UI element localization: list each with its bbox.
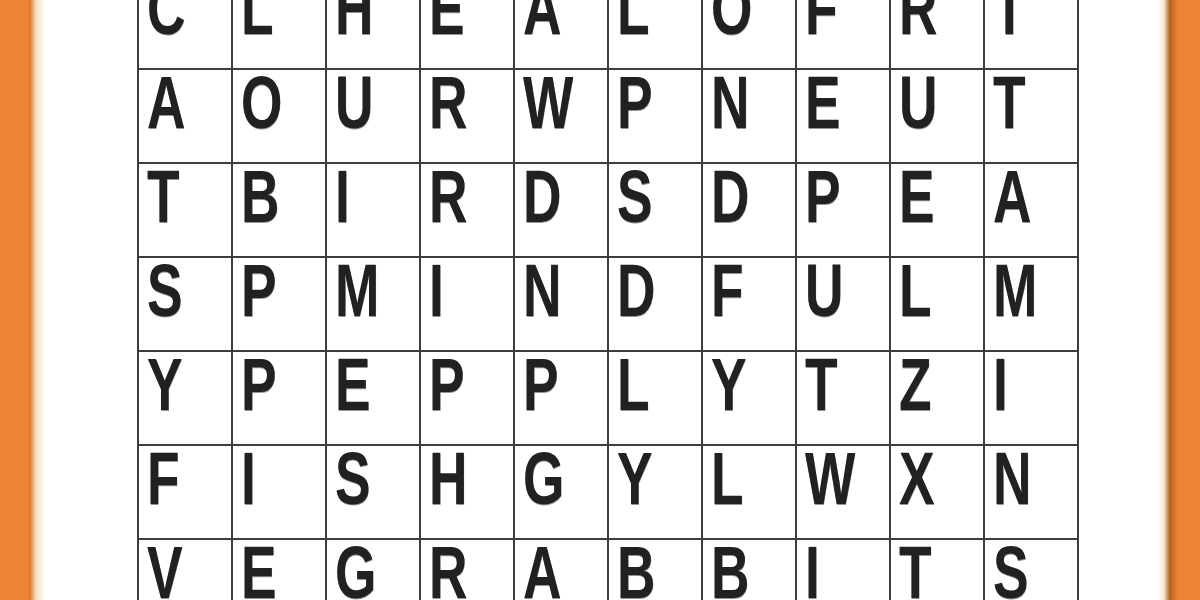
cell-letter: T [899,536,932,600]
grid-cell[interactable]: L [890,257,984,351]
cell-letter: A [523,0,561,46]
cell-letter: T [805,348,838,422]
cell-letter: V [147,536,183,600]
cell-letter: I [335,160,350,234]
grid-cell[interactable]: D [702,163,796,257]
grid-cell[interactable]: U [796,257,890,351]
grid-cell[interactable]: U [890,69,984,163]
cell-letter: I [993,348,1008,422]
cell-letter: C [147,0,185,46]
cell-letter: L [899,254,932,328]
grid-cell[interactable]: E [326,351,420,445]
grid-cell[interactable]: E [232,539,326,600]
cell-letter: E [899,160,935,234]
cell-letter: W [523,66,573,140]
cell-letter: A [523,536,561,600]
grid-cell[interactable]: I [232,445,326,539]
grid-cell[interactable]: U [326,69,420,163]
grid-cell[interactable]: T [796,351,890,445]
grid-cell[interactable]: A [138,69,232,163]
cell-letter: E [429,0,465,46]
cell-letter: H [335,0,373,46]
grid-cell[interactable]: E [420,0,514,69]
grid-cell[interactable]: A [514,0,608,69]
grid-cell[interactable]: L [608,0,702,69]
cell-letter: M [993,254,1037,328]
cell-letter: G [523,442,564,516]
grid-cell[interactable]: P [796,163,890,257]
grid-cell[interactable]: M [984,257,1078,351]
grid-cell[interactable]: O [232,69,326,163]
cell-letter: P [241,348,277,422]
cell-letter: I [429,254,444,328]
grid-cell[interactable]: S [326,445,420,539]
grid-cell[interactable]: P [232,257,326,351]
grid-cell[interactable]: F [796,0,890,69]
cell-letter: T [147,160,180,234]
grid-cell[interactable]: N [984,445,1078,539]
cell-letter: B [241,160,279,234]
grid-cell[interactable]: Y [138,351,232,445]
grid-cell[interactable]: M [326,257,420,351]
grid-cell[interactable]: T [890,539,984,600]
cell-letter: S [993,536,1029,600]
cell-letter: P [805,160,841,234]
grid-cell[interactable]: A [984,163,1078,257]
grid-cell[interactable]: E [890,163,984,257]
cell-letter: R [429,536,467,600]
grid-cell[interactable]: Y [608,445,702,539]
grid-cell[interactable]: L [608,351,702,445]
cell-letter: N [523,254,561,328]
word-search-page: CLHEALOFRTAOURWPNEUTTBIRDSDPEASPMINDFULM… [0,0,1200,600]
cell-letter: F [147,442,180,516]
grid-cell[interactable]: D [608,257,702,351]
cell-letter: Z [899,348,932,422]
grid-cell[interactable]: A [514,539,608,600]
cell-letter: E [335,348,371,422]
cell-letter: Y [711,348,747,422]
cell-letter: D [711,160,749,234]
cell-letter: S [335,442,371,516]
cell-letter: I [241,442,256,516]
grid-cell[interactable]: O [702,0,796,69]
cell-letter: G [335,536,376,600]
cell-letter: B [711,536,749,600]
cell-letter: F [711,254,744,328]
word-search-grid: CLHEALOFRTAOURWPNEUTTBIRDSDPEASPMINDFULM… [137,0,1079,600]
grid-cell[interactable]: H [420,445,514,539]
grid-cell[interactable]: R [420,163,514,257]
cell-letter: Y [147,348,183,422]
cell-letter: A [993,160,1031,234]
cell-letter: T [993,0,1026,46]
cell-letter: U [899,66,937,140]
cell-letter: M [335,254,379,328]
grid-cell[interactable]: H [326,0,420,69]
grid-cell[interactable]: R [890,0,984,69]
cell-letter: R [429,160,467,234]
grid-cell[interactable]: W [796,445,890,539]
grid-cell[interactable]: Y [702,351,796,445]
grid-cell[interactable]: T [984,0,1078,69]
grid-cell[interactable]: T [138,163,232,257]
grid-cell[interactable]: R [420,539,514,600]
grid-cell[interactable]: I [984,351,1078,445]
cell-letter: T [993,66,1026,140]
grid-cell[interactable]: D [514,163,608,257]
grid-cell[interactable]: E [796,69,890,163]
cell-letter: D [617,254,655,328]
cell-letter: P [523,348,559,422]
grid-cell[interactable]: B [608,539,702,600]
cell-letter: U [805,254,843,328]
cell-letter: U [335,66,373,140]
grid-cell[interactable]: I [326,163,420,257]
cell-letter: I [805,536,820,600]
grid-cell[interactable]: C [138,0,232,69]
grid-cell[interactable]: W [514,69,608,163]
cell-letter: L [617,0,650,46]
cell-letter: P [429,348,465,422]
grid-cell[interactable]: L [232,0,326,69]
grid-cell[interactable]: P [232,351,326,445]
cell-letter: X [899,442,935,516]
grid-cell[interactable]: S [608,163,702,257]
cell-letter: B [617,536,655,600]
cell-letter: L [711,442,744,516]
cell-letter: W [805,442,855,516]
grid-cell[interactable]: S [984,539,1078,600]
grid-cell[interactable]: F [138,445,232,539]
grid-cell[interactable]: R [420,69,514,163]
cell-letter: D [523,160,561,234]
grid-cell[interactable]: X [890,445,984,539]
cell-letter: N [711,66,749,140]
grid-cell[interactable]: N [514,257,608,351]
grid-cell[interactable]: L [702,445,796,539]
grid-cell[interactable]: F [702,257,796,351]
page-edge-right [1158,0,1200,600]
grid-cell[interactable]: B [232,163,326,257]
cell-letter: O [711,0,752,46]
cell-letter: S [147,254,183,328]
cell-letter: L [241,0,274,46]
cell-letter: R [429,66,467,140]
cell-letter: S [617,160,653,234]
grid-cell[interactable]: P [420,351,514,445]
grid-cell[interactable]: P [608,69,702,163]
cell-letter: N [993,442,1031,516]
grid-cell[interactable]: G [326,539,420,600]
grid-cell[interactable]: Z [890,351,984,445]
grid-cell[interactable]: S [138,257,232,351]
grid-cell[interactable]: I [796,539,890,600]
page-edge-left [0,0,48,600]
grid-cell[interactable]: B [702,539,796,600]
cell-letter: O [241,66,282,140]
grid-cell[interactable]: V [138,539,232,600]
grid-cell[interactable]: P [514,351,608,445]
grid-cell[interactable]: I [420,257,514,351]
cell-letter: P [617,66,653,140]
cell-letter: P [241,254,277,328]
grid-cell[interactable]: G [514,445,608,539]
cell-letter: E [241,536,277,600]
cell-letter: Y [617,442,653,516]
grid-cell[interactable]: T [984,69,1078,163]
cell-letter: H [429,442,467,516]
cell-letter: R [899,0,937,46]
grid-cell[interactable]: N [702,69,796,163]
cell-letter: F [805,0,838,46]
cell-letter: E [805,66,841,140]
cell-letter: A [147,66,185,140]
cell-letter: L [617,348,650,422]
